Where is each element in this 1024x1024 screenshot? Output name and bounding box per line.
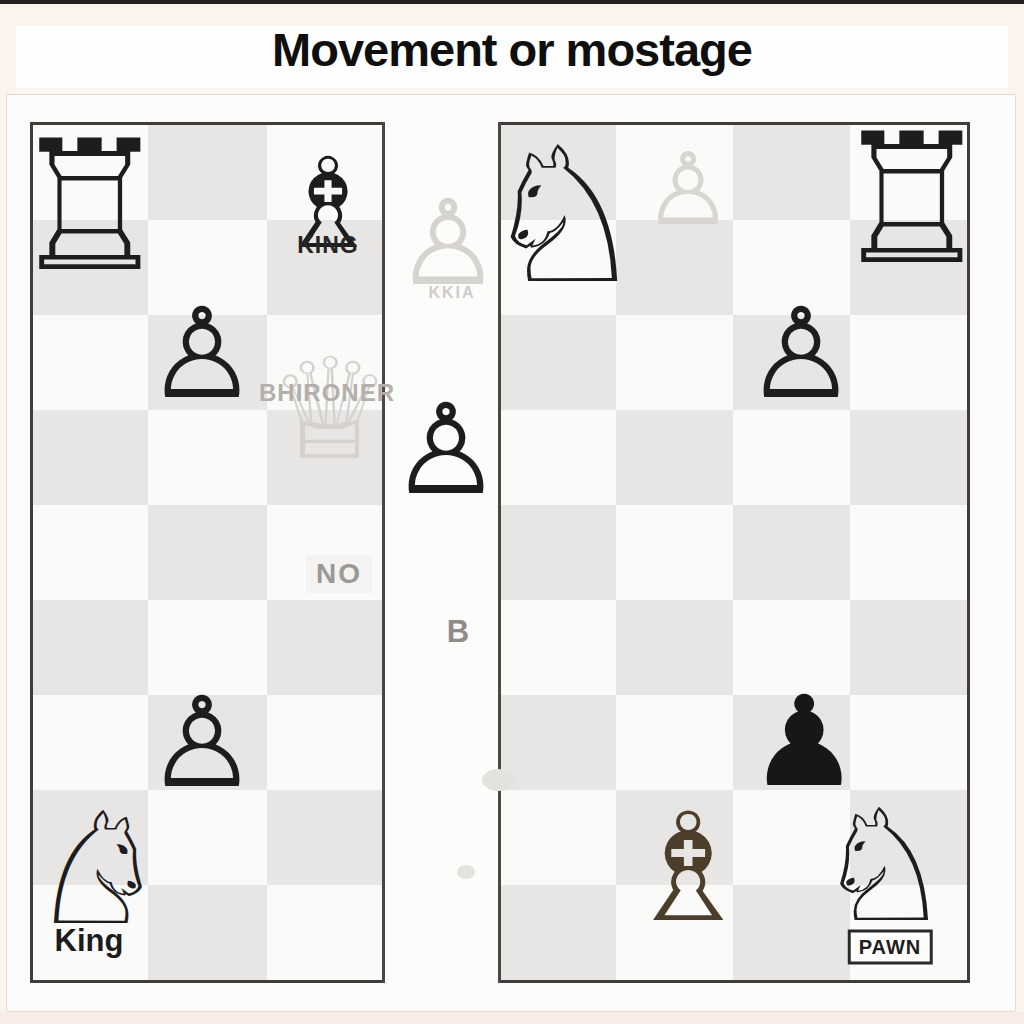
square-e6 <box>499 600 616 695</box>
square-e9 <box>499 885 616 980</box>
ink-smudge-2 <box>457 865 475 879</box>
square-c5 <box>267 505 386 600</box>
piece-white-bishop-brown-f8[interactable]: ♗ <box>621 793 755 943</box>
square-f7 <box>616 695 733 790</box>
square-c9 <box>267 885 386 980</box>
square-b5 <box>148 505 267 600</box>
square-c6 <box>267 600 386 695</box>
square-h6 <box>850 600 967 695</box>
square-a7 <box>33 695 148 790</box>
piece-white-knight-h8[interactable]: ♘ <box>815 789 954 944</box>
square-h4 <box>850 410 967 505</box>
page: Movement or mostage ♖♗♙♘♙♖♙♕♙♙♙♟♘♗♘KINGK… <box>0 0 1024 1024</box>
square-h5 <box>850 505 967 600</box>
piece-white-knight-crowned-e1[interactable]: ♘ <box>480 122 649 310</box>
piece-white-knight-a8[interactable]: ♘ <box>29 792 168 947</box>
square-c8 <box>267 790 386 885</box>
piece-white-pawn-g3[interactable]: ♙ <box>745 291 857 416</box>
piece-white-rook-knight-h1[interactable]: ♖ <box>831 110 992 290</box>
square-e7 <box>499 695 616 790</box>
piece-white-pawn-b3[interactable]: ♙ <box>146 291 258 416</box>
square-f3 <box>616 315 733 410</box>
square-g5 <box>733 505 850 600</box>
square-e3 <box>499 315 616 410</box>
piece-white-pawn-d4[interactable]: ♙ <box>390 387 502 512</box>
bottom-band <box>0 1012 1024 1024</box>
square-e8 <box>499 790 616 885</box>
square-h3 <box>850 315 967 410</box>
square-f4 <box>616 410 733 505</box>
square-e5 <box>499 505 616 600</box>
square-a6 <box>33 600 148 695</box>
ink-smudge-1 <box>482 769 516 791</box>
square-a5 <box>33 505 148 600</box>
piece-white-rook-knight-a1[interactable]: ♖ <box>9 117 170 297</box>
square-f6 <box>616 600 733 695</box>
piece-white-bishop-c1[interactable]: ♗ <box>272 141 384 266</box>
page-title: Movement or mostage <box>0 22 1024 77</box>
top-border-line <box>0 0 1024 4</box>
piece-ghost-queen-c3[interactable]: ♕ <box>267 340 393 480</box>
square-e4 <box>499 410 616 505</box>
square-a4 <box>33 410 148 505</box>
piece-ghost-pawn-f1[interactable]: ♙ <box>643 140 733 240</box>
square-c7 <box>267 695 386 790</box>
square-f5 <box>616 505 733 600</box>
square-a3 <box>33 315 148 410</box>
